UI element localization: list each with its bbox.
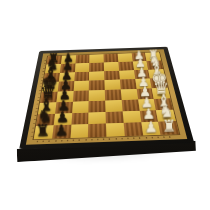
board-tilt-wrapper: ♜♟♟♜♞♟♟♞♝♟♟♝♚♟♟♚♛♟♟♛♝♟♟♝♞♟♟♞♜♟♟♜ (0, 0, 210, 210)
square-d5 (89, 90, 105, 101)
square-e4 (104, 80, 120, 90)
board-border: ♜♟♟♜♞♟♟♞♝♟♟♝♚♟♟♚♛♟♟♛♝♟♟♝♞♟♟♞♜♟♟♜ (26, 49, 187, 144)
square-a6 (70, 124, 88, 138)
square-b4 (106, 111, 124, 124)
square-c4 (105, 100, 122, 112)
board-frame: ♜♟♟♜♞♟♟♞♝♟♟♝♚♟♟♚♛♟♟♛♝♟♟♝♞♟♟♞♜♟♟♜ (19, 47, 194, 150)
square-a7: ♟ (52, 125, 71, 139)
square-a5 (88, 124, 106, 138)
square-e6 (73, 81, 89, 91)
square-b3 (122, 111, 141, 124)
square-d3 (120, 89, 137, 100)
square-a2: ♟ (141, 122, 161, 136)
square-a1: ♜ (158, 121, 179, 135)
white-rook: ♜ (162, 118, 177, 133)
black-pawn: ♟ (54, 123, 68, 137)
square-c3 (121, 99, 139, 111)
square-d6 (73, 91, 89, 102)
square-d4 (105, 89, 122, 100)
chess-board: ♜♟♟♜♞♟♟♞♝♟♟♝♚♟♟♚♛♟♟♛♝♟♟♝♞♟♟♞♜♟♟♜ (19, 47, 194, 150)
black-rook: ♜ (35, 123, 50, 138)
square-b5 (88, 112, 105, 125)
square-a4 (106, 123, 125, 137)
board-grid: ♜♟♟♜♞♟♟♞♝♟♟♝♚♟♟♚♛♟♟♛♝♟♟♝♞♟♟♞♜♟♟♜ (34, 52, 179, 139)
square-e5 (89, 80, 105, 90)
square-a8: ♜ (34, 126, 54, 140)
square-b6 (71, 112, 89, 125)
white-pawn: ♟ (144, 120, 158, 134)
square-e3 (120, 79, 137, 89)
square-c6 (72, 101, 89, 113)
square-c5 (89, 100, 106, 112)
square-a3 (123, 122, 142, 136)
product-photo: ♜♟♟♜♞♟♟♞♝♟♟♝♚♟♟♚♛♟♟♛♝♟♟♝♞♟♟♞♜♟♟♜ (0, 0, 210, 210)
